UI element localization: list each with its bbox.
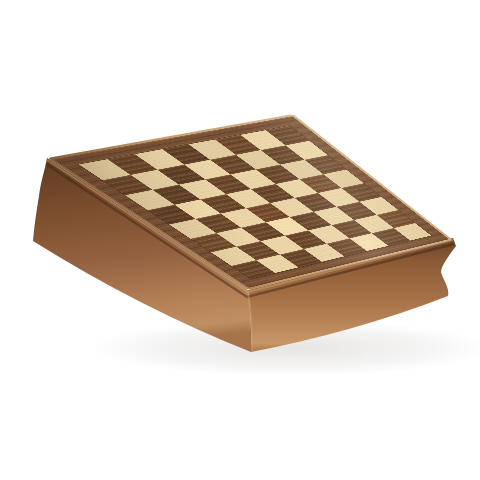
product-photo-stage: [0, 0, 480, 480]
